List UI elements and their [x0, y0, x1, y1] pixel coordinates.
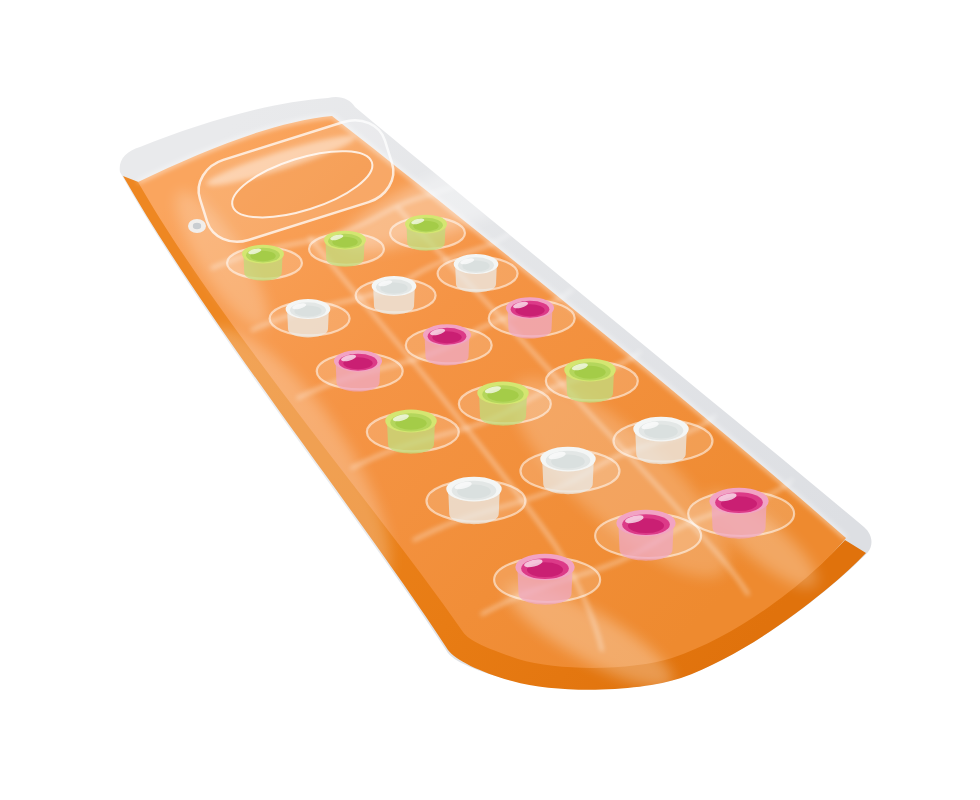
pool-float-illustration — [0, 0, 980, 800]
product-photo — [0, 0, 980, 800]
air-valve-icon — [188, 219, 206, 233]
